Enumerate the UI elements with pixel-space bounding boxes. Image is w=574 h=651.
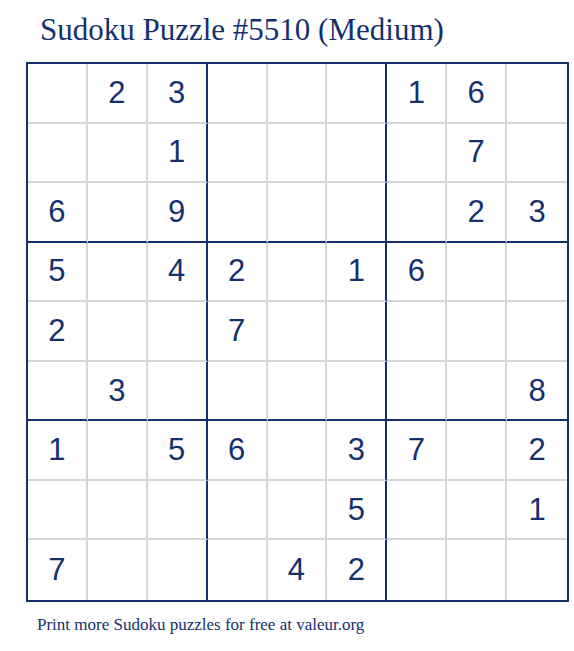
- cell-r3c8[interactable]: 2: [447, 183, 507, 243]
- cell-r4c1[interactable]: 5: [28, 243, 88, 303]
- sudoku-page: Sudoku Puzzle #5510 (Medium) 23161769235…: [0, 0, 574, 651]
- cell-r4c2[interactable]: [88, 243, 148, 303]
- cell-r8c5[interactable]: [268, 481, 328, 541]
- cell-r5c6[interactable]: [327, 302, 387, 362]
- cell-r2c6[interactable]: [327, 124, 387, 184]
- cell-r4c9[interactable]: [507, 243, 567, 303]
- cell-r7c7[interactable]: 7: [387, 421, 447, 481]
- cell-r2c8[interactable]: 7: [447, 124, 507, 184]
- cell-r1c5[interactable]: [268, 64, 328, 124]
- cell-r6c2[interactable]: 3: [88, 362, 148, 422]
- cell-r3c6[interactable]: [327, 183, 387, 243]
- cell-r4c7[interactable]: 6: [387, 243, 447, 303]
- cell-r3c2[interactable]: [88, 183, 148, 243]
- cell-r8c9[interactable]: 1: [507, 481, 567, 541]
- cell-r6c7[interactable]: [387, 362, 447, 422]
- cell-r5c9[interactable]: [507, 302, 567, 362]
- cell-r5c2[interactable]: [88, 302, 148, 362]
- cell-r6c9[interactable]: 8: [507, 362, 567, 422]
- cell-r2c7[interactable]: [387, 124, 447, 184]
- cell-r5c5[interactable]: [268, 302, 328, 362]
- cell-r4c3[interactable]: 4: [148, 243, 208, 303]
- cell-r1c3[interactable]: 3: [148, 64, 208, 124]
- cell-r5c3[interactable]: [148, 302, 208, 362]
- cell-r6c4[interactable]: [208, 362, 268, 422]
- cell-r5c8[interactable]: [447, 302, 507, 362]
- cell-r8c2[interactable]: [88, 481, 148, 541]
- cell-r1c1[interactable]: [28, 64, 88, 124]
- cell-r5c7[interactable]: [387, 302, 447, 362]
- cell-r6c5[interactable]: [268, 362, 328, 422]
- cell-r6c6[interactable]: [327, 362, 387, 422]
- cell-r9c2[interactable]: [88, 540, 148, 600]
- cell-r7c1[interactable]: 1: [28, 421, 88, 481]
- cell-r7c3[interactable]: 5: [148, 421, 208, 481]
- cell-r8c1[interactable]: [28, 481, 88, 541]
- cell-r2c2[interactable]: [88, 124, 148, 184]
- cell-r8c3[interactable]: [148, 481, 208, 541]
- sudoku-board: 231617692354216273815637251742: [26, 62, 569, 602]
- cell-r2c5[interactable]: [268, 124, 328, 184]
- cell-r9c4[interactable]: [208, 540, 268, 600]
- cell-r9c7[interactable]: [387, 540, 447, 600]
- footer-text: Print more Sudoku puzzles for free at va…: [37, 615, 364, 635]
- cell-r6c8[interactable]: [447, 362, 507, 422]
- cell-r4c4[interactable]: 2: [208, 243, 268, 303]
- cell-r5c4[interactable]: 7: [208, 302, 268, 362]
- cell-r8c4[interactable]: [208, 481, 268, 541]
- cell-r7c4[interactable]: 6: [208, 421, 268, 481]
- cell-r7c2[interactable]: [88, 421, 148, 481]
- cell-r2c4[interactable]: [208, 124, 268, 184]
- cell-r9c1[interactable]: 7: [28, 540, 88, 600]
- cell-r7c5[interactable]: [268, 421, 328, 481]
- cell-r8c8[interactable]: [447, 481, 507, 541]
- page-title: Sudoku Puzzle #5510 (Medium): [40, 13, 444, 47]
- cell-r1c9[interactable]: [507, 64, 567, 124]
- cell-r4c5[interactable]: [268, 243, 328, 303]
- cell-r9c8[interactable]: [447, 540, 507, 600]
- cell-r9c5[interactable]: 4: [268, 540, 328, 600]
- cell-r1c4[interactable]: [208, 64, 268, 124]
- cell-r3c4[interactable]: [208, 183, 268, 243]
- cell-r2c1[interactable]: [28, 124, 88, 184]
- cell-r2c9[interactable]: [507, 124, 567, 184]
- cell-r5c1[interactable]: 2: [28, 302, 88, 362]
- cell-r3c1[interactable]: 6: [28, 183, 88, 243]
- cell-r3c3[interactable]: 9: [148, 183, 208, 243]
- cell-r3c9[interactable]: 3: [507, 183, 567, 243]
- cell-r1c2[interactable]: 2: [88, 64, 148, 124]
- cell-r6c3[interactable]: [148, 362, 208, 422]
- cell-r4c8[interactable]: [447, 243, 507, 303]
- cell-r8c7[interactable]: [387, 481, 447, 541]
- cell-r3c7[interactable]: [387, 183, 447, 243]
- cell-r7c6[interactable]: 3: [327, 421, 387, 481]
- cell-r7c8[interactable]: [447, 421, 507, 481]
- cell-r2c3[interactable]: 1: [148, 124, 208, 184]
- cell-r1c8[interactable]: 6: [447, 64, 507, 124]
- cell-r9c3[interactable]: [148, 540, 208, 600]
- cell-r9c6[interactable]: 2: [327, 540, 387, 600]
- cell-r8c6[interactable]: 5: [327, 481, 387, 541]
- cell-r3c5[interactable]: [268, 183, 328, 243]
- cell-r1c6[interactable]: [327, 64, 387, 124]
- cell-r1c7[interactable]: 1: [387, 64, 447, 124]
- cell-r6c1[interactable]: [28, 362, 88, 422]
- cell-r7c9[interactable]: 2: [507, 421, 567, 481]
- cell-r4c6[interactable]: 1: [327, 243, 387, 303]
- cell-r9c9[interactable]: [507, 540, 567, 600]
